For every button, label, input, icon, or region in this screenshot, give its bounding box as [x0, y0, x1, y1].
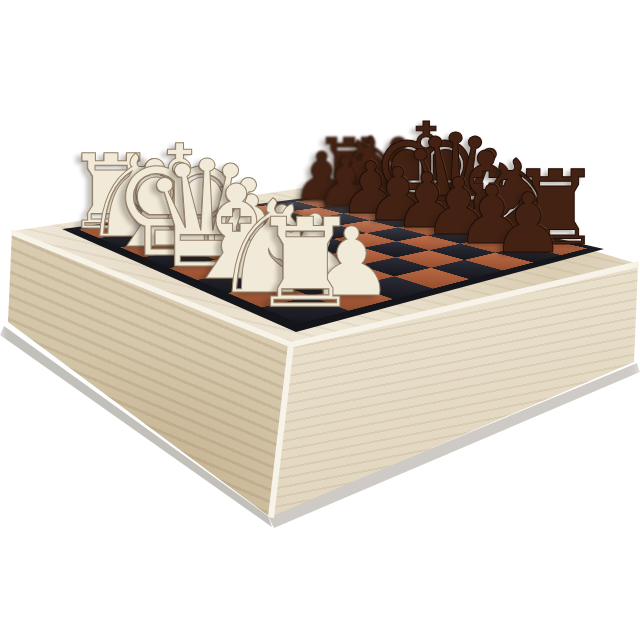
- photo-scene: ♜♞♝♛♚♝♞♜♟♟♟♟♟♟♟♟♟♟♟♟♟♟♟♟♜♞♝♛♚♝♞♜: [0, 0, 640, 640]
